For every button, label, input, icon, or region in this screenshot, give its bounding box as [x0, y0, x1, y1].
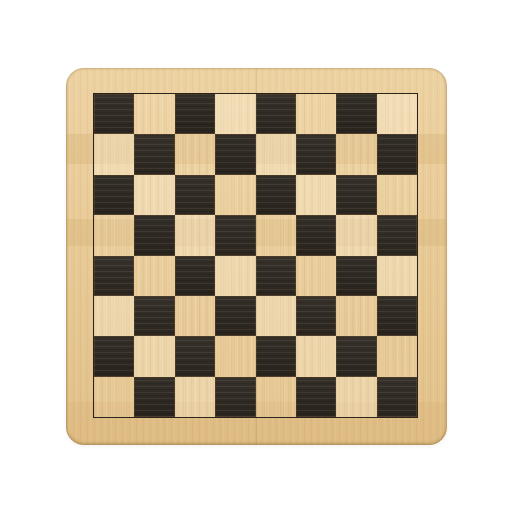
- square-c4[interactable]: [175, 256, 215, 296]
- square-f5[interactable]: [296, 215, 336, 255]
- square-d1[interactable]: [215, 377, 255, 417]
- square-a1[interactable]: [94, 377, 134, 417]
- square-g1[interactable]: [336, 377, 376, 417]
- square-e4[interactable]: [256, 256, 296, 296]
- square-e6[interactable]: [256, 175, 296, 215]
- square-b5[interactable]: [134, 215, 174, 255]
- square-e1[interactable]: [256, 377, 296, 417]
- square-d4[interactable]: [215, 256, 255, 296]
- square-d8[interactable]: [215, 94, 255, 134]
- square-e5[interactable]: [256, 215, 296, 255]
- square-h7[interactable]: [377, 134, 417, 174]
- square-h8[interactable]: [377, 94, 417, 134]
- square-a6[interactable]: [94, 175, 134, 215]
- square-g2[interactable]: [336, 336, 376, 376]
- square-c5[interactable]: [175, 215, 215, 255]
- square-g5[interactable]: [336, 215, 376, 255]
- square-b7[interactable]: [134, 134, 174, 174]
- square-f4[interactable]: [296, 256, 336, 296]
- square-a5[interactable]: [94, 215, 134, 255]
- game-board: [66, 68, 447, 445]
- square-b4[interactable]: [134, 256, 174, 296]
- photo-background: [0, 0, 512, 512]
- square-f1[interactable]: [296, 377, 336, 417]
- square-c1[interactable]: [175, 377, 215, 417]
- square-c7[interactable]: [175, 134, 215, 174]
- square-e3[interactable]: [256, 296, 296, 336]
- square-h3[interactable]: [377, 296, 417, 336]
- square-f6[interactable]: [296, 175, 336, 215]
- square-f8[interactable]: [296, 94, 336, 134]
- square-c2[interactable]: [175, 336, 215, 376]
- square-d3[interactable]: [215, 296, 255, 336]
- square-b8[interactable]: [134, 94, 174, 134]
- square-e7[interactable]: [256, 134, 296, 174]
- square-h1[interactable]: [377, 377, 417, 417]
- square-h5[interactable]: [377, 215, 417, 255]
- square-d6[interactable]: [215, 175, 255, 215]
- square-b2[interactable]: [134, 336, 174, 376]
- square-d2[interactable]: [215, 336, 255, 376]
- square-g7[interactable]: [336, 134, 376, 174]
- board-playing-area: [93, 93, 418, 418]
- square-h6[interactable]: [377, 175, 417, 215]
- board-grid: [94, 94, 417, 417]
- square-g4[interactable]: [336, 256, 376, 296]
- square-g6[interactable]: [336, 175, 376, 215]
- square-h4[interactable]: [377, 256, 417, 296]
- square-g3[interactable]: [336, 296, 376, 336]
- square-a7[interactable]: [94, 134, 134, 174]
- square-g8[interactable]: [336, 94, 376, 134]
- square-b6[interactable]: [134, 175, 174, 215]
- square-a8[interactable]: [94, 94, 134, 134]
- square-b1[interactable]: [134, 377, 174, 417]
- square-c8[interactable]: [175, 94, 215, 134]
- square-b3[interactable]: [134, 296, 174, 336]
- square-a2[interactable]: [94, 336, 134, 376]
- square-f2[interactable]: [296, 336, 336, 376]
- square-f7[interactable]: [296, 134, 336, 174]
- square-f3[interactable]: [296, 296, 336, 336]
- square-e8[interactable]: [256, 94, 296, 134]
- square-d7[interactable]: [215, 134, 255, 174]
- square-d5[interactable]: [215, 215, 255, 255]
- square-a4[interactable]: [94, 256, 134, 296]
- square-h2[interactable]: [377, 336, 417, 376]
- square-e2[interactable]: [256, 336, 296, 376]
- square-a3[interactable]: [94, 296, 134, 336]
- square-c6[interactable]: [175, 175, 215, 215]
- square-c3[interactable]: [175, 296, 215, 336]
